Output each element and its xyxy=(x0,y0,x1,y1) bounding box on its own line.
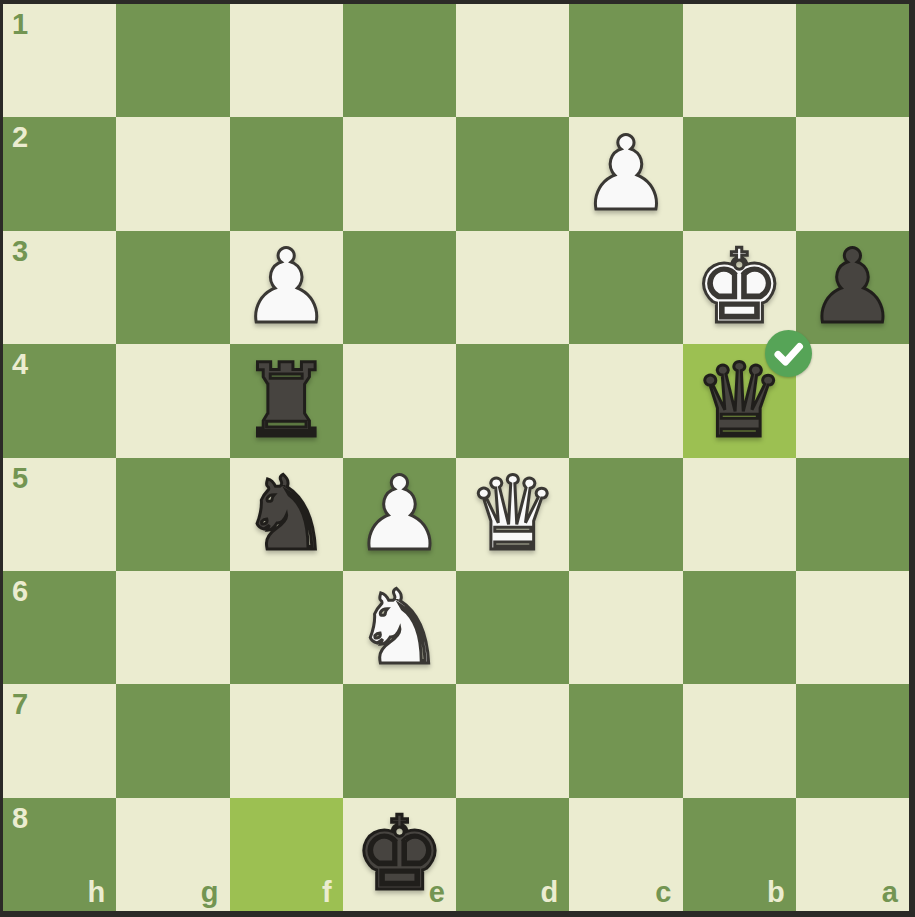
square-d5[interactable]: ♛ xyxy=(456,458,569,571)
square-a7[interactable] xyxy=(796,684,909,797)
chess-board: 12♟3♟♚♟4♜♛5♞♟♛6♞78hgfe♚dcba xyxy=(3,4,909,911)
square-a5[interactable] xyxy=(796,458,909,571)
square-g7[interactable] xyxy=(116,684,229,797)
square-d1[interactable] xyxy=(456,4,569,117)
square-h1[interactable]: 1 xyxy=(3,4,116,117)
piece-white-queen[interactable]: ♛ xyxy=(467,463,558,565)
square-b5[interactable] xyxy=(683,458,796,571)
square-f1[interactable] xyxy=(230,4,343,117)
file-label-f: f xyxy=(322,878,332,907)
square-a8[interactable]: a xyxy=(796,798,909,911)
square-b6[interactable] xyxy=(683,571,796,684)
square-c3[interactable] xyxy=(569,231,682,344)
piece-black-rook[interactable]: ♜ xyxy=(240,350,331,452)
square-h3[interactable]: 3 xyxy=(3,231,116,344)
square-b4[interactable]: ♛ xyxy=(683,344,796,457)
piece-white-knight[interactable]: ♞ xyxy=(354,577,445,679)
piece-black-pawn[interactable]: ♟ xyxy=(807,236,898,338)
square-b1[interactable] xyxy=(683,4,796,117)
square-b7[interactable] xyxy=(683,684,796,797)
square-g4[interactable] xyxy=(116,344,229,457)
square-c8[interactable]: c xyxy=(569,798,682,911)
square-f6[interactable] xyxy=(230,571,343,684)
piece-black-king[interactable]: ♚ xyxy=(354,803,445,905)
piece-white-pawn[interactable]: ♟ xyxy=(240,236,331,338)
file-label-a: a xyxy=(882,878,898,907)
square-e5[interactable]: ♟ xyxy=(343,458,456,571)
square-f3[interactable]: ♟ xyxy=(230,231,343,344)
square-g5[interactable] xyxy=(116,458,229,571)
square-c4[interactable] xyxy=(569,344,682,457)
square-b3[interactable]: ♚ xyxy=(683,231,796,344)
square-b8[interactable]: b xyxy=(683,798,796,911)
square-d6[interactable] xyxy=(456,571,569,684)
rank-label-4: 4 xyxy=(12,350,28,379)
square-h8[interactable]: 8h xyxy=(3,798,116,911)
square-e8[interactable]: e♚ xyxy=(343,798,456,911)
square-b2[interactable] xyxy=(683,117,796,230)
rank-label-3: 3 xyxy=(12,237,28,266)
square-a6[interactable] xyxy=(796,571,909,684)
square-d4[interactable] xyxy=(456,344,569,457)
piece-white-pawn[interactable]: ♟ xyxy=(580,123,671,225)
square-h4[interactable]: 4 xyxy=(3,344,116,457)
square-a2[interactable] xyxy=(796,117,909,230)
square-d2[interactable] xyxy=(456,117,569,230)
board-frame: 12♟3♟♚♟4♜♛5♞♟♛6♞78hgfe♚dcba xyxy=(0,0,915,917)
correct-move-check-icon xyxy=(765,330,812,377)
rank-label-1: 1 xyxy=(12,10,28,39)
file-label-c: c xyxy=(655,878,671,907)
piece-white-pawn[interactable]: ♟ xyxy=(354,463,445,565)
rank-label-7: 7 xyxy=(12,690,28,719)
square-a1[interactable] xyxy=(796,4,909,117)
square-f7[interactable] xyxy=(230,684,343,797)
square-d7[interactable] xyxy=(456,684,569,797)
square-f2[interactable] xyxy=(230,117,343,230)
file-label-g: g xyxy=(201,878,219,907)
square-g2[interactable] xyxy=(116,117,229,230)
square-c6[interactable] xyxy=(569,571,682,684)
square-g1[interactable] xyxy=(116,4,229,117)
file-label-b: b xyxy=(767,878,785,907)
square-h7[interactable]: 7 xyxy=(3,684,116,797)
square-h2[interactable]: 2 xyxy=(3,117,116,230)
square-a4[interactable] xyxy=(796,344,909,457)
square-f5[interactable]: ♞ xyxy=(230,458,343,571)
piece-white-king[interactable]: ♚ xyxy=(693,236,784,338)
rank-label-6: 6 xyxy=(12,577,28,606)
square-c7[interactable] xyxy=(569,684,682,797)
square-f4[interactable]: ♜ xyxy=(230,344,343,457)
square-e2[interactable] xyxy=(343,117,456,230)
square-g3[interactable] xyxy=(116,231,229,344)
square-g8[interactable]: g xyxy=(116,798,229,911)
rank-label-8: 8 xyxy=(12,804,28,833)
square-g6[interactable] xyxy=(116,571,229,684)
square-c5[interactable] xyxy=(569,458,682,571)
square-h6[interactable]: 6 xyxy=(3,571,116,684)
square-e6[interactable]: ♞ xyxy=(343,571,456,684)
square-d8[interactable]: d xyxy=(456,798,569,911)
square-e3[interactable] xyxy=(343,231,456,344)
square-c1[interactable] xyxy=(569,4,682,117)
square-e7[interactable] xyxy=(343,684,456,797)
square-c2[interactable]: ♟ xyxy=(569,117,682,230)
square-e1[interactable] xyxy=(343,4,456,117)
file-label-d: d xyxy=(541,878,559,907)
rank-label-2: 2 xyxy=(12,123,28,152)
square-f8[interactable]: f xyxy=(230,798,343,911)
square-d3[interactable] xyxy=(456,231,569,344)
file-label-h: h xyxy=(88,878,106,907)
piece-black-knight[interactable]: ♞ xyxy=(240,463,331,565)
square-e4[interactable] xyxy=(343,344,456,457)
square-a3[interactable]: ♟ xyxy=(796,231,909,344)
rank-label-5: 5 xyxy=(12,464,28,493)
square-h5[interactable]: 5 xyxy=(3,458,116,571)
